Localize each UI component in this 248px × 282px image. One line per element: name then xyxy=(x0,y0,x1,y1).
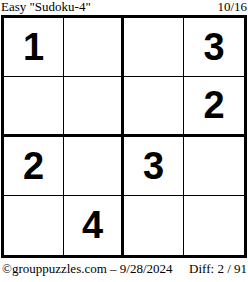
cell-r2c4[interactable]: 2 xyxy=(184,77,244,136)
cell-r3c4[interactable] xyxy=(184,137,244,196)
footer: ©grouppuzzles.com – 9/28/2024 Diff: 2 / … xyxy=(2,261,247,276)
cell-r2c1[interactable] xyxy=(4,77,64,136)
cell-r3c1[interactable]: 2 xyxy=(4,137,64,196)
cell-r3c3[interactable]: 3 xyxy=(124,137,184,196)
cell-r1c2[interactable] xyxy=(64,18,124,77)
header: Easy "Sudoku-4" 10/16 xyxy=(1,0,247,15)
copyright-text: ©grouppuzzles.com – 9/28/2024 xyxy=(2,261,173,276)
difficulty-text: Diff: 2 / 91 xyxy=(189,261,247,276)
cell-r4c2[interactable]: 4 xyxy=(64,196,124,255)
cell-r1c3[interactable] xyxy=(124,18,184,77)
puzzle-page: Easy "Sudoku-4" 10/16 132234 ©grouppuzzl… xyxy=(0,0,248,282)
sudoku-grid: 132234 xyxy=(1,15,247,258)
cell-r1c1[interactable]: 1 xyxy=(4,18,64,77)
cell-r2c3[interactable] xyxy=(124,77,184,136)
cell-r4c4[interactable] xyxy=(184,196,244,255)
puzzle-counter: 10/16 xyxy=(217,0,247,14)
cell-r2c2[interactable] xyxy=(64,77,124,136)
cell-r4c3[interactable] xyxy=(124,196,184,255)
cell-r4c1[interactable] xyxy=(4,196,64,255)
cell-r1c4[interactable]: 3 xyxy=(184,18,244,77)
cell-r3c2[interactable] xyxy=(64,137,124,196)
puzzle-title: Easy "Sudoku-4" xyxy=(1,0,91,14)
